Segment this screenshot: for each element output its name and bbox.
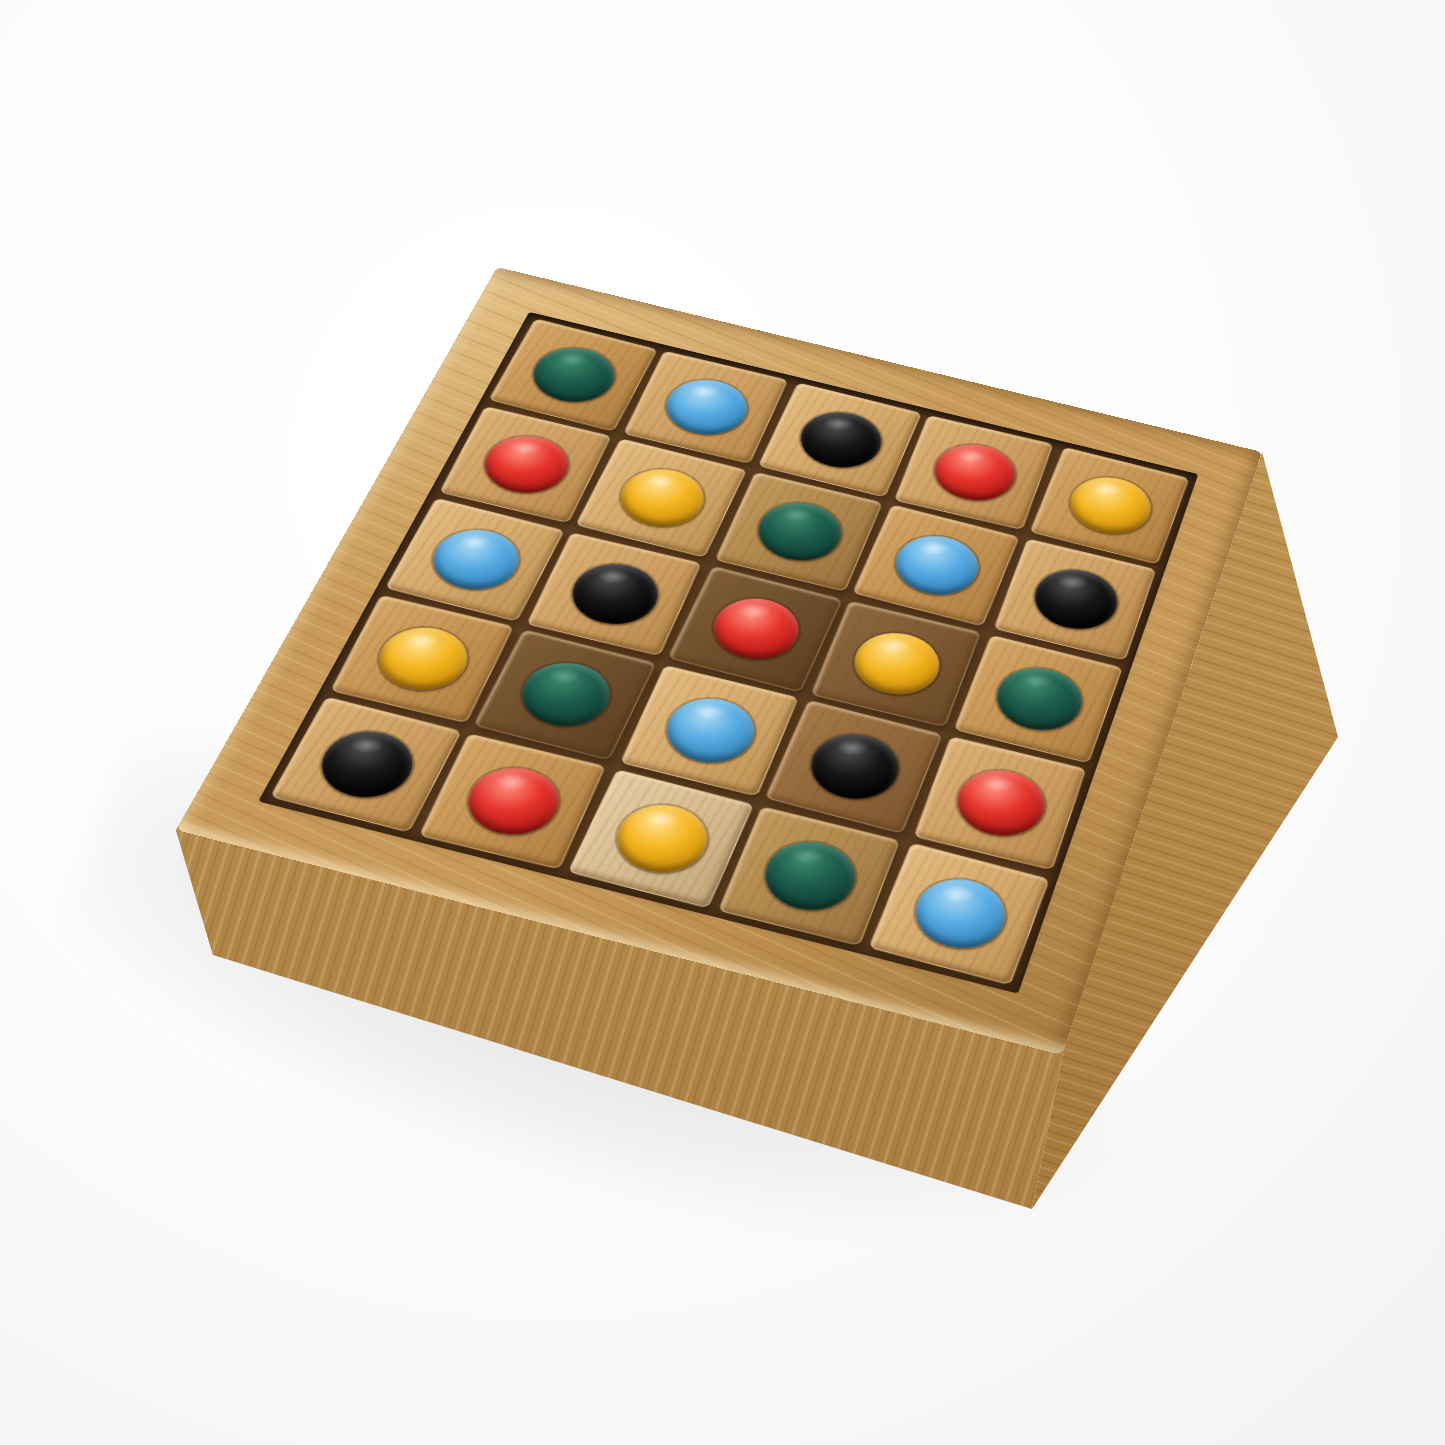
yellow-dot bbox=[1061, 469, 1159, 541]
blue-dot bbox=[656, 372, 757, 441]
blue-dot bbox=[904, 869, 1015, 956]
yellow-dot bbox=[366, 619, 479, 698]
red-dot bbox=[947, 762, 1053, 844]
black-dot bbox=[561, 556, 668, 632]
blue-dot bbox=[655, 690, 765, 771]
yellow-dot bbox=[844, 625, 948, 703]
product-photo-scene bbox=[0, 0, 1445, 1445]
green-dot bbox=[748, 495, 851, 568]
green-dot bbox=[754, 833, 866, 919]
yellow-dot bbox=[604, 795, 718, 880]
black-dot bbox=[800, 725, 909, 807]
red-dot bbox=[456, 759, 571, 842]
black-dot bbox=[1025, 562, 1125, 637]
red-dot bbox=[473, 429, 579, 501]
black-dot bbox=[790, 404, 891, 475]
blue-dot bbox=[885, 528, 987, 603]
red-dot bbox=[702, 590, 809, 668]
yellow-dot bbox=[609, 461, 714, 534]
green-dot bbox=[987, 659, 1091, 738]
black-dot bbox=[308, 722, 426, 805]
red-dot bbox=[926, 437, 1024, 508]
green-dot bbox=[522, 340, 626, 409]
green-dot bbox=[510, 654, 622, 734]
blue-dot bbox=[421, 521, 531, 597]
